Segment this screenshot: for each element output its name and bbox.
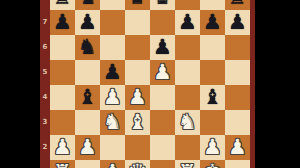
- square-e2[interactable]: [150, 135, 175, 160]
- white-knight[interactable]: ♞: [175, 110, 200, 135]
- black-king[interactable]: ♚: [150, 0, 175, 10]
- white-pawn[interactable]: ♟: [150, 60, 175, 85]
- chess-board: ♜♞♛♚♜♟♟♟♟♟♞♟♟♟♝♟♟♝♞♝♞♟♟♟♟♜♝♛♜♚: [50, 0, 250, 168]
- black-pawn[interactable]: ♟: [200, 10, 225, 35]
- square-b6[interactable]: ♞: [75, 35, 100, 60]
- square-g5[interactable]: [200, 60, 225, 85]
- square-h4[interactable]: [225, 85, 250, 110]
- white-pawn[interactable]: ♟: [75, 135, 100, 160]
- black-pawn[interactable]: ♟: [225, 10, 250, 35]
- square-h3[interactable]: [225, 110, 250, 135]
- square-b1[interactable]: [75, 160, 100, 168]
- square-c2[interactable]: [100, 135, 125, 160]
- square-f1[interactable]: ♜: [175, 160, 200, 168]
- white-rook[interactable]: ♜: [175, 160, 200, 168]
- square-e3[interactable]: [150, 110, 175, 135]
- black-pawn[interactable]: ♟: [75, 10, 100, 35]
- square-d4[interactable]: ♟: [125, 85, 150, 110]
- black-pawn[interactable]: ♟: [175, 10, 200, 35]
- square-c8[interactable]: [100, 0, 125, 10]
- white-bishop[interactable]: ♝: [100, 160, 125, 168]
- square-d6[interactable]: [125, 35, 150, 60]
- square-e7[interactable]: [150, 10, 175, 35]
- square-d5[interactable]: [125, 60, 150, 85]
- white-bishop[interactable]: ♝: [125, 110, 150, 135]
- black-knight[interactable]: ♞: [75, 35, 100, 60]
- square-d3[interactable]: ♝: [125, 110, 150, 135]
- black-bishop[interactable]: ♝: [200, 85, 225, 110]
- black-bishop[interactable]: ♝: [75, 85, 100, 110]
- square-g1[interactable]: ♚: [200, 160, 225, 168]
- rank-label-5: 5: [40, 60, 50, 85]
- white-knight[interactable]: ♞: [100, 110, 125, 135]
- square-h7[interactable]: ♟: [225, 10, 250, 35]
- square-a3[interactable]: [50, 110, 75, 135]
- rank-label-6: 6: [40, 35, 50, 60]
- square-e5[interactable]: ♟: [150, 60, 175, 85]
- square-c7[interactable]: [100, 10, 125, 35]
- square-g6[interactable]: [200, 35, 225, 60]
- rank-label-3: 3: [40, 110, 50, 135]
- white-rook[interactable]: ♜: [50, 160, 75, 168]
- black-queen[interactable]: ♛: [125, 0, 150, 10]
- square-a4[interactable]: [50, 85, 75, 110]
- square-d1[interactable]: ♛: [125, 160, 150, 168]
- square-a2[interactable]: ♟: [50, 135, 75, 160]
- square-f8[interactable]: [175, 0, 200, 10]
- rank-label-1: 1: [40, 160, 50, 168]
- square-g3[interactable]: [200, 110, 225, 135]
- square-b5[interactable]: [75, 60, 100, 85]
- square-b4[interactable]: ♝: [75, 85, 100, 110]
- black-rook[interactable]: ♜: [50, 0, 75, 10]
- black-pawn[interactable]: ♟: [100, 60, 125, 85]
- white-pawn[interactable]: ♟: [125, 85, 150, 110]
- square-h6[interactable]: [225, 35, 250, 60]
- black-rook[interactable]: ♜: [225, 0, 250, 10]
- square-c5[interactable]: ♟: [100, 60, 125, 85]
- square-e4[interactable]: [150, 85, 175, 110]
- white-pawn[interactable]: ♟: [50, 135, 75, 160]
- square-a7[interactable]: ♟: [50, 10, 75, 35]
- square-g7[interactable]: ♟: [200, 10, 225, 35]
- square-f4[interactable]: [175, 85, 200, 110]
- white-king[interactable]: ♚: [200, 160, 225, 168]
- square-a8[interactable]: ♜: [50, 0, 75, 10]
- square-h2[interactable]: ♟: [225, 135, 250, 160]
- square-a6[interactable]: [50, 35, 75, 60]
- white-pawn[interactable]: ♟: [200, 135, 225, 160]
- black-pawn[interactable]: ♟: [150, 35, 175, 60]
- square-b2[interactable]: ♟: [75, 135, 100, 160]
- rank-label-4: 4: [40, 85, 50, 110]
- square-e6[interactable]: ♟: [150, 35, 175, 60]
- square-b8[interactable]: ♞: [75, 0, 100, 10]
- square-h8[interactable]: ♜: [225, 0, 250, 10]
- square-g4[interactable]: ♝: [200, 85, 225, 110]
- square-a1[interactable]: ♜: [50, 160, 75, 168]
- square-a5[interactable]: [50, 60, 75, 85]
- square-f2[interactable]: [175, 135, 200, 160]
- letterbox-left: [0, 0, 40, 168]
- square-h5[interactable]: [225, 60, 250, 85]
- black-knight[interactable]: ♞: [75, 0, 100, 10]
- square-f5[interactable]: [175, 60, 200, 85]
- square-e8[interactable]: ♚: [150, 0, 175, 10]
- square-f3[interactable]: ♞: [175, 110, 200, 135]
- square-g8[interactable]: [200, 0, 225, 10]
- square-c1[interactable]: ♝: [100, 160, 125, 168]
- square-b7[interactable]: ♟: [75, 10, 100, 35]
- rank-label-8: 8: [40, 0, 50, 10]
- white-pawn[interactable]: ♟: [100, 85, 125, 110]
- black-pawn[interactable]: ♟: [50, 10, 75, 35]
- rank-label-7: 7: [40, 10, 50, 35]
- square-d8[interactable]: ♛: [125, 0, 150, 10]
- rank-label-2: 2: [40, 135, 50, 160]
- square-e1[interactable]: [150, 160, 175, 168]
- white-pawn[interactable]: ♟: [225, 135, 250, 160]
- letterbox-right: [255, 0, 300, 168]
- square-b3[interactable]: [75, 110, 100, 135]
- square-d2[interactable]: [125, 135, 150, 160]
- square-f6[interactable]: [175, 35, 200, 60]
- square-g2[interactable]: ♟: [200, 135, 225, 160]
- square-d7[interactable]: [125, 10, 150, 35]
- chess-app-viewport: 87654321 ♜♞♛♚♜♟♟♟♟♟♞♟♟♟♝♟♟♝♞♝♞♟♟♟♟♜♝♛♜♚: [0, 0, 300, 168]
- square-f7[interactable]: ♟: [175, 10, 200, 35]
- square-c3[interactable]: ♞: [100, 110, 125, 135]
- square-h1[interactable]: [225, 160, 250, 168]
- square-c6[interactable]: [100, 35, 125, 60]
- white-queen[interactable]: ♛: [125, 160, 150, 168]
- square-c4[interactable]: ♟: [100, 85, 125, 110]
